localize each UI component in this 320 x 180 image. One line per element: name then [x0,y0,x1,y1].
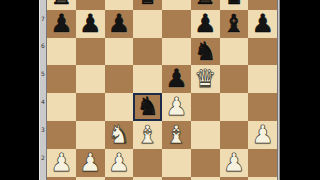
square-f5[interactable]: ♛ [191,65,220,93]
piece-black-pawn: ♟ [108,10,130,38]
square-e6[interactable] [162,38,191,66]
square-c6[interactable] [105,38,134,66]
square-e1[interactable]: ♚ [162,177,191,180]
square-g4[interactable] [220,93,249,121]
square-b2[interactable]: ♟ [76,149,105,177]
square-c2[interactable]: ♟ [105,149,134,177]
piece-white-knight: ♞ [108,121,130,149]
square-f6[interactable]: ♞ [191,38,220,66]
square-a7[interactable]: ♟ [47,10,76,38]
square-e7[interactable] [162,10,191,38]
square-f4[interactable] [191,93,220,121]
piece-white-queen: ♛ [194,65,216,93]
piece-white-pawn: ♟ [251,121,273,149]
square-h7[interactable]: ♟ [248,10,277,38]
square-h3[interactable]: ♟ [248,121,277,149]
square-e8[interactable] [162,0,191,10]
square-a3[interactable] [47,121,76,149]
square-d2[interactable] [133,149,162,177]
piece-white-pawn: ♟ [79,149,101,177]
piece-white-rook: ♜ [251,177,273,180]
piece-white-bishop: ♝ [165,121,187,149]
square-b7[interactable]: ♟ [76,10,105,38]
piece-black-knight: ♞ [136,93,158,121]
piece-white-pawn: ♟ [223,149,245,177]
square-c1[interactable] [105,177,134,180]
square-a4[interactable] [47,93,76,121]
square-f1[interactable] [191,177,220,180]
piece-black-bishop: ♝ [223,10,245,38]
square-d1[interactable] [133,177,162,180]
square-d3[interactable]: ♝ [133,121,162,149]
square-a5[interactable] [47,65,76,93]
square-g1[interactable] [220,177,249,180]
piece-white-pawn: ♟ [108,149,130,177]
piece-black-pawn: ♟ [194,10,216,38]
square-d5[interactable] [133,65,162,93]
square-f2[interactable] [191,149,220,177]
square-e4[interactable]: ♟ [162,93,191,121]
piece-black-queen: ♛ [136,0,158,10]
square-h6[interactable] [248,38,277,66]
square-a6[interactable] [47,38,76,66]
square-b6[interactable] [76,38,105,66]
square-g7[interactable]: ♝ [220,10,249,38]
square-d7[interactable] [133,10,162,38]
square-c7[interactable]: ♟ [105,10,134,38]
square-f7[interactable]: ♟ [191,10,220,38]
square-d4[interactable]: ♞ [133,93,162,121]
square-e3[interactable]: ♝ [162,121,191,149]
square-g2[interactable]: ♟ [220,149,249,177]
page-background: 87654321 ♜♛♜♚♟♟♟♟♝♟♞♟♛♞♟♞♝♝♟♟♟♟♟♜♚♜ [0,0,320,180]
piece-black-knight: ♞ [194,38,216,66]
square-g6[interactable] [220,38,249,66]
square-b4[interactable] [76,93,105,121]
piece-black-pawn: ♟ [251,10,273,38]
square-c5[interactable] [105,65,134,93]
square-b3[interactable] [76,121,105,149]
chess-board[interactable]: ♜♛♜♚♟♟♟♟♝♟♞♟♛♞♟♞♝♝♟♟♟♟♟♜♚♜ [46,0,278,180]
square-h4[interactable] [248,93,277,121]
piece-black-pawn: ♟ [50,10,72,38]
square-g3[interactable] [220,121,249,149]
square-b1[interactable] [76,177,105,180]
square-b5[interactable] [76,65,105,93]
square-h5[interactable] [248,65,277,93]
piece-white-pawn: ♟ [165,93,187,121]
square-a2[interactable]: ♟ [47,149,76,177]
square-d6[interactable] [133,38,162,66]
piece-black-pawn: ♟ [79,10,101,38]
piece-black-pawn: ♟ [165,65,187,93]
square-e2[interactable] [162,149,191,177]
square-f3[interactable] [191,121,220,149]
piece-white-rook: ♜ [50,177,72,180]
square-d8[interactable]: ♛ [133,0,162,10]
piece-white-king: ♚ [165,177,187,180]
square-a1[interactable]: ♜ [47,177,76,180]
piece-white-bishop: ♝ [136,121,158,149]
square-c4[interactable] [105,93,134,121]
square-g5[interactable] [220,65,249,93]
piece-white-pawn: ♟ [50,149,72,177]
square-c3[interactable]: ♞ [105,121,134,149]
square-e5[interactable]: ♟ [162,65,191,93]
square-h1[interactable]: ♜ [248,177,277,180]
board-frame: 87654321 ♜♛♜♚♟♟♟♟♝♟♞♟♛♞♟♞♝♝♟♟♟♟♟♜♚♜ [39,0,280,180]
square-h2[interactable] [248,149,277,177]
